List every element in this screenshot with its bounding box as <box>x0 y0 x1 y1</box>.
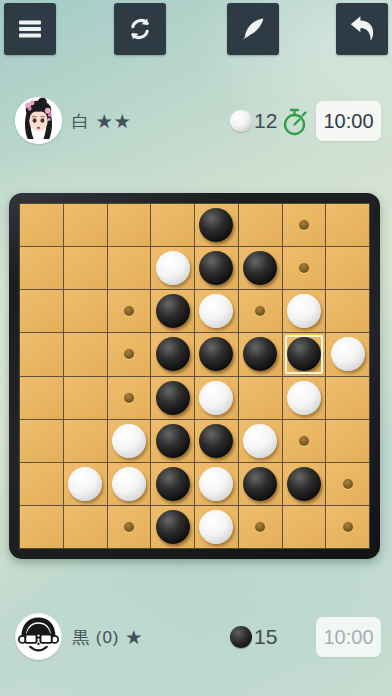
boy-avatar-illustration <box>15 613 62 660</box>
board-cell[interactable] <box>151 463 194 505</box>
legal-move-dot[interactable] <box>124 349 134 359</box>
board-cell[interactable] <box>283 290 326 332</box>
board-cell[interactable] <box>64 377 107 419</box>
board-cell[interactable] <box>20 290 63 332</box>
board-cell[interactable] <box>283 463 326 505</box>
board-cell[interactable] <box>195 377 238 419</box>
board-cell[interactable] <box>108 247 151 289</box>
board-cell[interactable] <box>20 463 63 505</box>
black-stone <box>199 424 233 458</box>
black-timer: 10:00 <box>316 617 381 657</box>
board-cell[interactable] <box>239 333 282 375</box>
white-stone <box>287 294 321 328</box>
board-cell[interactable] <box>283 377 326 419</box>
black-player-label: 黒 (0) ★ <box>72 611 143 663</box>
board-cell[interactable] <box>326 463 369 505</box>
board-cell[interactable] <box>326 506 369 548</box>
board-cell[interactable] <box>151 290 194 332</box>
white-stone-count-icon <box>230 110 252 132</box>
othello-board <box>9 193 380 559</box>
sync-icon <box>124 13 156 45</box>
board-cell[interactable] <box>239 247 282 289</box>
board-cell[interactable] <box>151 377 194 419</box>
board-cell[interactable] <box>326 377 369 419</box>
board-cell[interactable] <box>20 247 63 289</box>
stopwatch-icon <box>281 107 309 137</box>
black-stone-count: 15 <box>254 611 277 663</box>
black-stone <box>287 467 321 501</box>
black-stone <box>156 337 190 371</box>
board-cell[interactable] <box>108 420 151 462</box>
menu-button[interactable] <box>4 3 56 55</box>
white-player-row: 白 ★★ 12 10:00 <box>0 95 392 147</box>
legal-move-dot[interactable] <box>255 522 265 532</box>
board-cell[interactable] <box>64 506 107 548</box>
black-stone <box>156 467 190 501</box>
board-cell[interactable] <box>20 333 63 375</box>
white-stone <box>156 251 190 285</box>
board-cell[interactable] <box>283 420 326 462</box>
game-screen: 白 ★★ 12 10:00 <box>0 0 392 696</box>
board-cell[interactable] <box>195 420 238 462</box>
board-cell[interactable] <box>151 204 194 246</box>
legal-move-dot[interactable] <box>299 436 309 446</box>
board-cell[interactable] <box>326 290 369 332</box>
black-player-row: 黒 (0) ★ 15 10:00 <box>0 611 392 663</box>
legal-move-dot[interactable] <box>299 220 309 230</box>
board-cell[interactable] <box>239 377 282 419</box>
undo-button[interactable] <box>336 3 388 55</box>
white-stone <box>199 510 233 544</box>
board-cell[interactable] <box>195 333 238 375</box>
white-timer: 10:00 <box>316 101 381 141</box>
board-cell[interactable] <box>20 506 63 548</box>
white-stone <box>199 381 233 415</box>
girl-avatar-illustration <box>15 97 62 144</box>
board-cell[interactable] <box>151 506 194 548</box>
board-cell[interactable] <box>151 420 194 462</box>
black-stone <box>199 208 233 242</box>
black-stone-count-icon <box>230 626 252 648</box>
board-cell[interactable] <box>64 420 107 462</box>
board-cell[interactable] <box>64 333 107 375</box>
legal-move-dot[interactable] <box>124 393 134 403</box>
board-cell[interactable] <box>326 333 369 375</box>
board-cell[interactable] <box>151 333 194 375</box>
black-stone <box>156 381 190 415</box>
black-stone <box>156 424 190 458</box>
legal-move-dot[interactable] <box>343 479 353 489</box>
legal-move-dot[interactable] <box>343 522 353 532</box>
board-cell[interactable] <box>20 204 63 246</box>
white-stone <box>331 337 365 371</box>
black-stone <box>243 251 277 285</box>
board-cell[interactable] <box>195 204 238 246</box>
toolbar <box>0 3 392 55</box>
feather-button[interactable] <box>227 3 279 55</box>
board-cell[interactable] <box>108 204 151 246</box>
white-stone <box>199 294 233 328</box>
legal-move-dot[interactable] <box>124 522 134 532</box>
black-player-avatar <box>15 613 62 660</box>
board-cell[interactable] <box>326 247 369 289</box>
board-cell[interactable] <box>239 290 282 332</box>
board-cell[interactable] <box>64 247 107 289</box>
white-stone <box>112 424 146 458</box>
board-cell[interactable] <box>108 290 151 332</box>
board-cell[interactable] <box>326 420 369 462</box>
white-stone <box>287 381 321 415</box>
white-stone <box>199 467 233 501</box>
undo-icon <box>346 13 378 45</box>
black-stone <box>199 251 233 285</box>
white-player-avatar <box>15 97 62 144</box>
black-stone <box>243 467 277 501</box>
board-cell[interactable] <box>283 506 326 548</box>
board-cell[interactable] <box>283 333 326 375</box>
black-stone <box>199 337 233 371</box>
board-cell[interactable] <box>239 204 282 246</box>
board-cell[interactable] <box>64 290 107 332</box>
board-cell[interactable] <box>20 420 63 462</box>
board-cell[interactable] <box>283 204 326 246</box>
board-cell[interactable] <box>195 247 238 289</box>
board-cell[interactable] <box>195 463 238 505</box>
board-cell[interactable] <box>108 463 151 505</box>
white-stone <box>68 467 102 501</box>
board-cell[interactable] <box>64 463 107 505</box>
board-cell[interactable] <box>108 506 151 548</box>
white-stone-count: 12 <box>254 95 277 147</box>
black-stone <box>156 510 190 544</box>
board-cell[interactable] <box>108 333 151 375</box>
board-cell[interactable] <box>283 247 326 289</box>
board-cell[interactable] <box>20 377 63 419</box>
board-cell[interactable] <box>195 290 238 332</box>
board-cell[interactable] <box>239 420 282 462</box>
legal-move-dot[interactable] <box>299 263 309 273</box>
board-cell[interactable] <box>108 377 151 419</box>
board-cell[interactable] <box>326 204 369 246</box>
black-stone <box>287 337 321 371</box>
black-stone <box>243 337 277 371</box>
sync-button[interactable] <box>114 3 166 55</box>
white-player-label: 白 ★★ <box>72 95 132 147</box>
board-cell[interactable] <box>64 204 107 246</box>
white-stone <box>112 467 146 501</box>
legal-move-dot[interactable] <box>124 306 134 316</box>
board-cell[interactable] <box>239 463 282 505</box>
board-cell[interactable] <box>239 506 282 548</box>
board-cell[interactable] <box>195 506 238 548</box>
board-grid <box>19 203 370 549</box>
black-stone <box>156 294 190 328</box>
legal-move-dot[interactable] <box>255 306 265 316</box>
feather-icon <box>237 13 269 45</box>
white-stone <box>243 424 277 458</box>
menu-icon <box>15 14 45 44</box>
board-cell[interactable] <box>151 247 194 289</box>
